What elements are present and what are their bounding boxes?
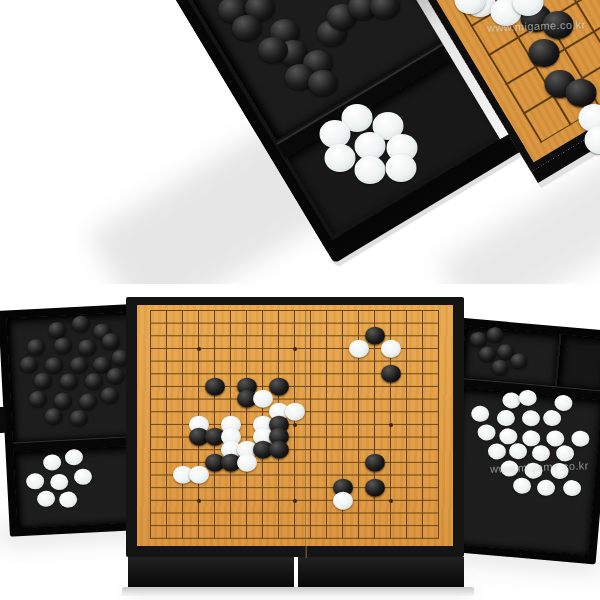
black-stone	[33, 372, 52, 389]
star-point	[293, 499, 297, 503]
black-stone	[102, 333, 121, 350]
black-stone	[78, 339, 97, 356]
black-stone	[70, 356, 89, 373]
black-stone	[85, 373, 104, 390]
white-stone	[43, 454, 62, 471]
right-drawer-black-compartment	[461, 326, 559, 386]
black-stone	[100, 387, 119, 404]
white-stone	[536, 479, 555, 497]
black-stone	[27, 339, 46, 356]
black-stone	[54, 392, 73, 409]
board-wood-surface	[137, 305, 453, 546]
black-stone	[370, 0, 400, 19]
black-stone[interactable]	[269, 377, 289, 395]
white-stone	[531, 445, 550, 463]
left-drawer-black-compartment	[7, 312, 145, 443]
drawer-handle-notch[interactable]	[0, 407, 7, 433]
black-stone	[106, 368, 125, 385]
product-photo-page: www.migame.co.kr www.migame.co.kr	[0, 0, 600, 600]
board-base-right-half	[298, 557, 464, 589]
black-stone	[48, 322, 67, 339]
black-stone[interactable]	[381, 364, 401, 382]
star-point	[293, 423, 297, 427]
white-stone	[325, 144, 356, 172]
go-grid-19x19[interactable]	[150, 310, 439, 539]
go-board[interactable]	[126, 297, 464, 557]
white-stone	[26, 473, 45, 490]
white-stone	[355, 156, 386, 184]
star-point	[197, 499, 201, 503]
black-stone	[308, 70, 338, 96]
black-stone	[54, 337, 73, 354]
black-stone[interactable]	[365, 478, 385, 496]
black-stone	[566, 79, 597, 107]
black-stone[interactable]	[205, 377, 225, 395]
board-base-left-half	[128, 557, 294, 589]
black-stone	[20, 356, 39, 373]
white-stone	[512, 477, 531, 495]
white-stone	[554, 394, 573, 412]
top-scene-stones	[0, 0, 600, 284]
black-stone	[529, 39, 560, 67]
white-stone	[521, 410, 540, 428]
star-point	[389, 423, 393, 427]
top-angled-scene: www.migame.co.kr	[0, 0, 600, 284]
black-stone	[69, 409, 88, 426]
white-stone[interactable]	[285, 402, 305, 420]
white-stone	[59, 491, 78, 508]
black-stone	[470, 331, 488, 347]
black-stone	[44, 408, 63, 425]
white-stone	[386, 154, 417, 182]
white-stone[interactable]	[237, 453, 257, 471]
board-base-strip	[122, 587, 474, 596]
right-drawer-interior	[447, 326, 600, 556]
star-point	[293, 347, 297, 351]
white-stone	[74, 468, 93, 485]
black-stone	[28, 391, 47, 408]
black-stone	[510, 353, 528, 369]
black-stone	[258, 37, 288, 63]
white-stone	[65, 449, 84, 466]
black-stone	[60, 373, 79, 390]
white-stone	[562, 479, 581, 497]
white-stone	[471, 405, 490, 423]
white-stone	[496, 409, 515, 427]
white-stone	[508, 443, 527, 461]
white-stone	[37, 490, 56, 507]
star-point	[389, 499, 393, 503]
white-stone	[571, 430, 590, 448]
white-stone	[50, 474, 69, 491]
white-stone[interactable]	[381, 339, 401, 357]
black-stone	[491, 359, 509, 375]
white-stone	[487, 443, 506, 461]
white-stone	[477, 424, 496, 442]
black-stone	[486, 327, 504, 343]
star-point	[197, 347, 201, 351]
right-drawer-empty-compartment	[557, 335, 600, 391]
white-stone	[542, 409, 561, 427]
white-stone[interactable]	[189, 466, 209, 484]
black-stone	[45, 357, 64, 374]
white-stone	[518, 389, 537, 407]
black-stone	[72, 315, 91, 332]
black-stone	[478, 346, 496, 362]
black-stone[interactable]	[269, 440, 289, 458]
black-stone	[232, 15, 262, 41]
white-stone[interactable]	[349, 339, 369, 357]
black-stone[interactable]	[365, 453, 385, 471]
white-stone[interactable]	[333, 491, 353, 509]
black-stone	[79, 393, 98, 410]
